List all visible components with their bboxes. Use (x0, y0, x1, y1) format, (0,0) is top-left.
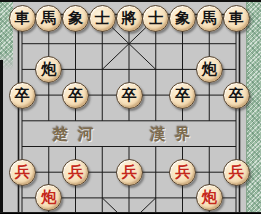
piece-glyph: 士 (148, 11, 163, 26)
piece-glyph: 炮 (202, 190, 217, 205)
piece-black-elephant[interactable]: 象 (62, 5, 89, 32)
piece-glyph: 卒 (122, 88, 137, 103)
screenshot-edge-bottom (0, 212, 261, 214)
piece-red-cannon[interactable]: 炮 (196, 184, 223, 211)
piece-glyph: 炮 (41, 190, 56, 205)
piece-black-elephant[interactable]: 象 (169, 5, 196, 32)
piece-glyph: 將 (122, 11, 137, 26)
piece-glyph: 馬 (202, 11, 217, 26)
piece-glyph: 兵 (15, 165, 30, 180)
piece-black-horse[interactable]: 馬 (196, 5, 223, 32)
piece-glyph: 卒 (229, 88, 244, 103)
screenshot-edge-left (0, 60, 3, 213)
piece-glyph: 象 (175, 11, 190, 26)
piece-black-advisor[interactable]: 士 (89, 5, 116, 32)
piece-glyph: 象 (68, 11, 83, 26)
piece-black-advisor[interactable]: 士 (142, 5, 169, 32)
piece-black-cannon[interactable]: 炮 (196, 56, 223, 83)
piece-glyph: 炮 (41, 62, 56, 77)
piece-glyph: 兵 (229, 165, 244, 180)
piece-glyph: 兵 (175, 165, 190, 180)
piece-black-cannon[interactable]: 炮 (35, 56, 62, 83)
xiangqi-board-window: 楚河 漢界 車馬象士將士象馬車炮炮卒卒卒卒卒兵兵兵兵兵炮炮 (0, 0, 261, 213)
piece-red-soldier[interactable]: 兵 (169, 159, 196, 186)
piece-glyph: 士 (95, 11, 110, 26)
piece-black-soldier[interactable]: 卒 (223, 82, 250, 109)
piece-red-soldier[interactable]: 兵 (116, 159, 143, 186)
piece-black-soldier[interactable]: 卒 (169, 82, 196, 109)
piece-black-horse[interactable]: 馬 (35, 5, 62, 32)
piece-glyph: 馬 (41, 11, 56, 26)
piece-glyph: 兵 (68, 165, 83, 180)
piece-black-soldier[interactable]: 卒 (62, 82, 89, 109)
piece-red-soldier[interactable]: 兵 (223, 159, 250, 186)
piece-black-soldier[interactable]: 卒 (9, 82, 36, 109)
piece-black-chariot[interactable]: 車 (223, 5, 250, 32)
piece-glyph: 車 (229, 11, 244, 26)
piece-black-chariot[interactable]: 車 (9, 5, 36, 32)
piece-glyph: 炮 (202, 62, 217, 77)
piece-red-soldier[interactable]: 兵 (9, 159, 36, 186)
river-label-han-jie: 漢界 (150, 125, 200, 144)
river-label-chu-he: 楚河 (53, 125, 103, 144)
screenshot-edge-top (0, 0, 261, 2)
piece-glyph: 卒 (68, 88, 83, 103)
piece-glyph: 車 (15, 11, 30, 26)
piece-glyph: 兵 (122, 165, 137, 180)
piece-glyph: 卒 (15, 88, 30, 103)
piece-black-general[interactable]: 將 (116, 5, 143, 32)
piece-black-soldier[interactable]: 卒 (116, 82, 143, 109)
piece-red-soldier[interactable]: 兵 (62, 159, 89, 186)
piece-glyph: 卒 (175, 88, 190, 103)
